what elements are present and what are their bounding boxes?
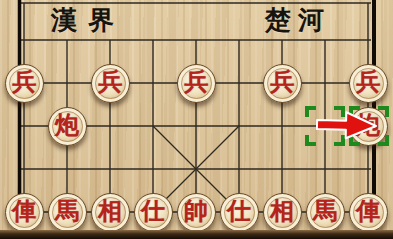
- move-arrow-icon: [0, 0, 393, 239]
- xiangqi-board: 漢界 楚河 兵兵兵兵兵炮炮俥馬相仕帥仕相馬俥: [0, 0, 393, 239]
- board-bottom-edge: [0, 230, 393, 239]
